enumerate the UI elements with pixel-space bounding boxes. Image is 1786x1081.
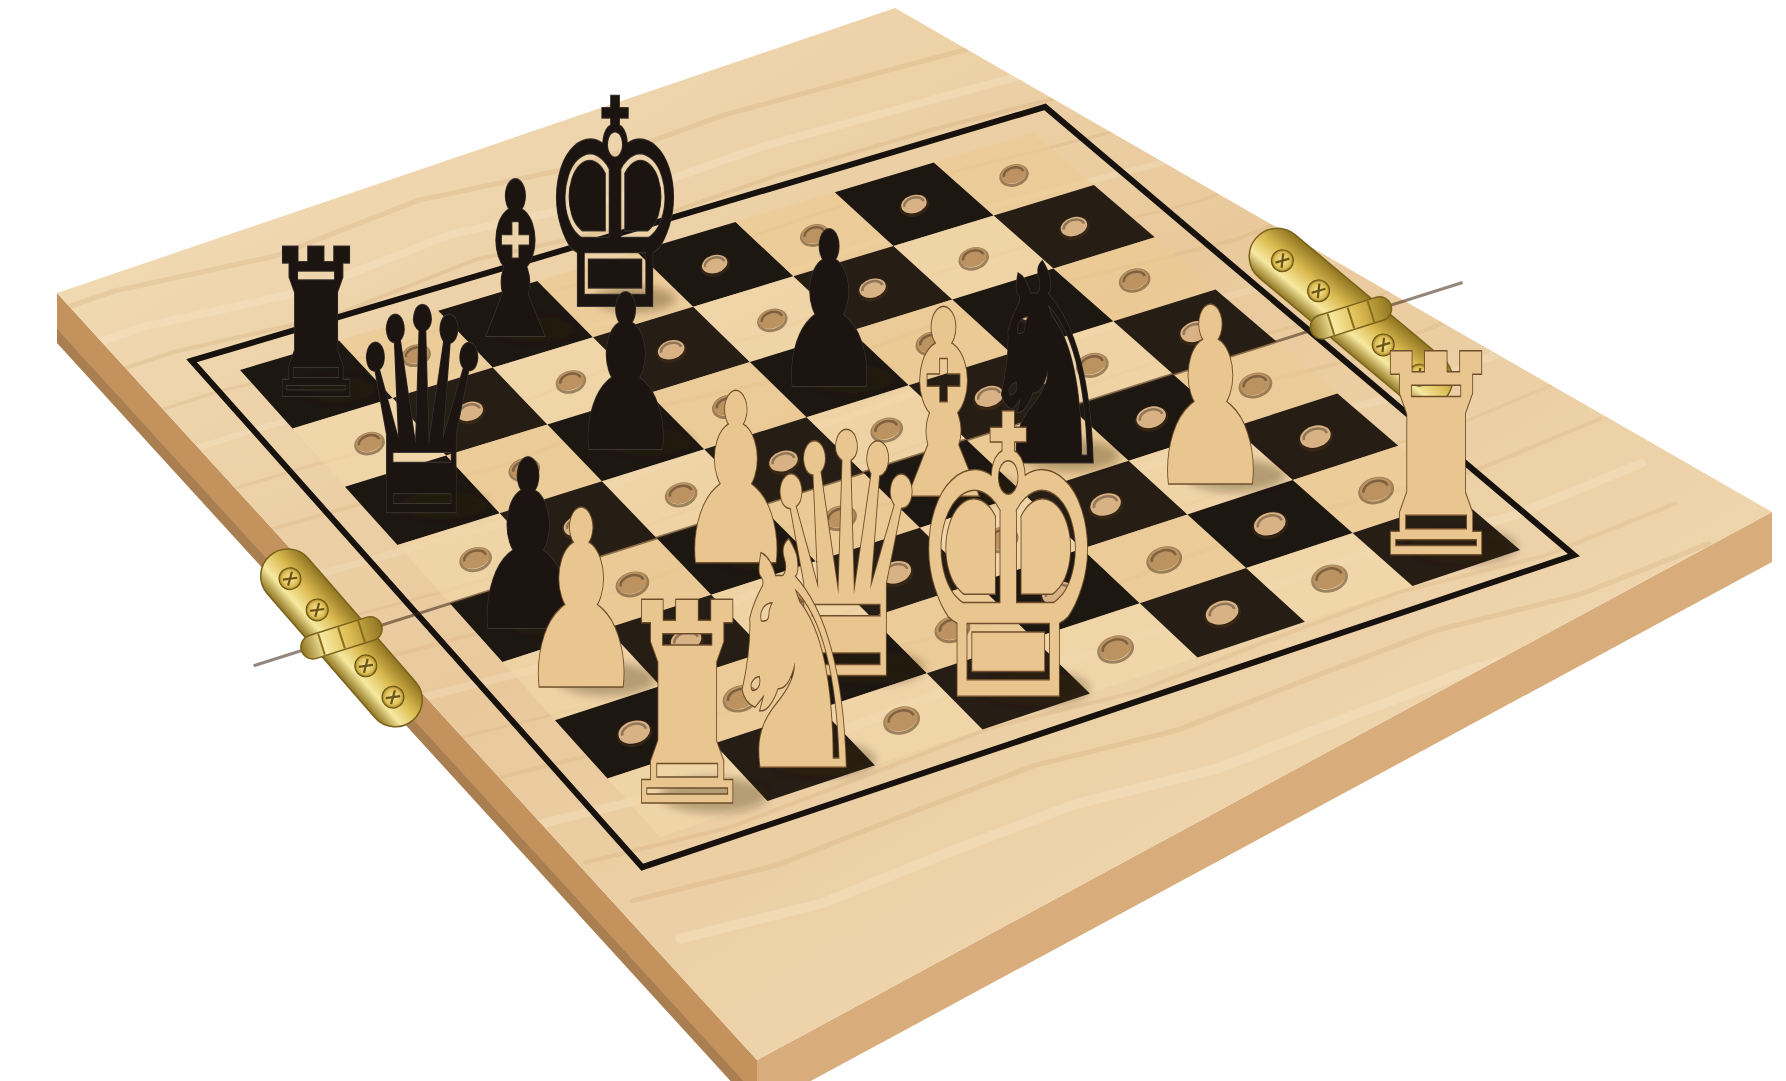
svg-text:♟: ♟ bbox=[1147, 256, 1274, 540]
chess-board-scene: ♜♝♚♛♟♟♟♞♟♝♟♟♛♜♞♚♜ bbox=[0, 0, 1786, 1081]
svg-text:♞: ♞ bbox=[713, 478, 875, 840]
piece-white-king-d1[interactable]: ♚ bbox=[907, 335, 1109, 788]
travel-chess-set-photo: ♜♝♚♛♟♟♟♞♟♝♟♟♛♜♞♚♜ bbox=[0, 0, 1786, 1081]
piece-white-rook-h1[interactable]: ♜ bbox=[1364, 297, 1517, 619]
svg-text:♚: ♚ bbox=[907, 335, 1109, 788]
svg-text:♜: ♜ bbox=[1364, 297, 1508, 619]
piece-white-knight-b1[interactable]: ♞ bbox=[713, 478, 875, 840]
piece-white-pawn-g3[interactable]: ♟ bbox=[1147, 256, 1285, 540]
